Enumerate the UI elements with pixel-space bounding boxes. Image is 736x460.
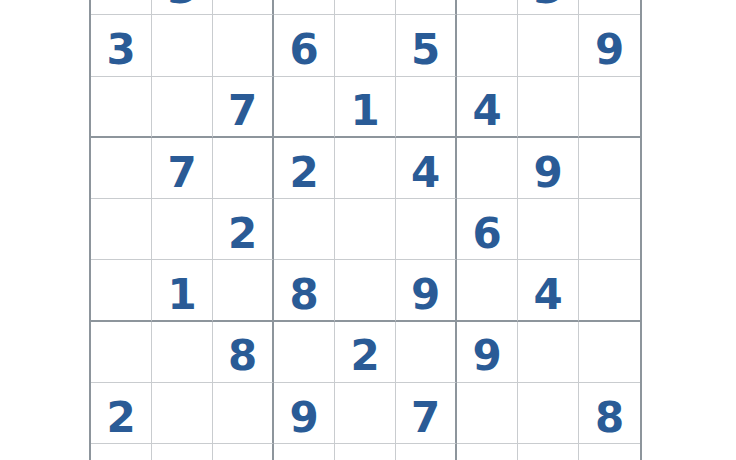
cell-r1c4[interactable]: [274, 0, 335, 15]
cell-r1c2[interactable]: 3: [152, 0, 213, 15]
sudoku-board: 33365971472492618948292978: [89, 0, 642, 460]
cell-r8c3[interactable]: [213, 383, 274, 444]
cell-r5c9[interactable]: [579, 199, 640, 260]
cell-r2c6[interactable]: 5: [396, 15, 457, 76]
cell-r3c5[interactable]: 1: [335, 77, 396, 138]
cell-r6c4[interactable]: 8: [274, 260, 335, 321]
cell-r3c3[interactable]: 7: [213, 77, 274, 138]
cell-r9c2[interactable]: [152, 444, 213, 460]
cell-r2c9[interactable]: 9: [579, 15, 640, 76]
cell-r4c9[interactable]: [579, 138, 640, 199]
cell-r6c6[interactable]: 9: [396, 260, 457, 321]
cell-r2c4[interactable]: 6: [274, 15, 335, 76]
cell-r4c7[interactable]: [457, 138, 518, 199]
cell-r8c9[interactable]: 8: [579, 383, 640, 444]
cell-r5c3[interactable]: 2: [213, 199, 274, 260]
cell-r3c2[interactable]: [152, 77, 213, 138]
cell-r5c6[interactable]: [396, 199, 457, 260]
cell-r1c6[interactable]: [396, 0, 457, 15]
cell-r3c8[interactable]: [518, 77, 579, 138]
cell-r3c6[interactable]: [396, 77, 457, 138]
cell-r4c6[interactable]: 4: [396, 138, 457, 199]
cell-r7c5[interactable]: 2: [335, 322, 396, 383]
cell-r7c2[interactable]: [152, 322, 213, 383]
cell-r2c3[interactable]: [213, 15, 274, 76]
cell-r9c3[interactable]: [213, 444, 274, 460]
cell-r3c1[interactable]: [91, 77, 152, 138]
cell-r5c8[interactable]: [518, 199, 579, 260]
cell-r7c1[interactable]: [91, 322, 152, 383]
cell-r9c5[interactable]: [335, 444, 396, 460]
cell-r6c7[interactable]: [457, 260, 518, 321]
cell-r8c2[interactable]: [152, 383, 213, 444]
cell-r8c6[interactable]: 7: [396, 383, 457, 444]
cell-r5c7[interactable]: 6: [457, 199, 518, 260]
cell-r9c8[interactable]: [518, 444, 579, 460]
cell-r2c5[interactable]: [335, 15, 396, 76]
cell-r8c4[interactable]: 9: [274, 383, 335, 444]
cell-r6c1[interactable]: [91, 260, 152, 321]
cell-r5c5[interactable]: [335, 199, 396, 260]
cell-r4c4[interactable]: 2: [274, 138, 335, 199]
cell-r6c9[interactable]: [579, 260, 640, 321]
cell-r2c2[interactable]: [152, 15, 213, 76]
cell-r9c7[interactable]: [457, 444, 518, 460]
cell-r6c5[interactable]: [335, 260, 396, 321]
cell-r5c4[interactable]: [274, 199, 335, 260]
cell-r7c8[interactable]: [518, 322, 579, 383]
cell-r7c4[interactable]: [274, 322, 335, 383]
cell-r2c8[interactable]: [518, 15, 579, 76]
cell-r3c7[interactable]: 4: [457, 77, 518, 138]
cell-r8c8[interactable]: [518, 383, 579, 444]
cell-r1c7[interactable]: [457, 0, 518, 15]
cell-r3c4[interactable]: [274, 77, 335, 138]
cell-r4c3[interactable]: [213, 138, 274, 199]
cell-r7c7[interactable]: 9: [457, 322, 518, 383]
cell-r9c6[interactable]: [396, 444, 457, 460]
cell-r4c1[interactable]: [91, 138, 152, 199]
cell-r6c2[interactable]: 1: [152, 260, 213, 321]
cell-r8c1[interactable]: 2: [91, 383, 152, 444]
cell-r1c3[interactable]: [213, 0, 274, 15]
cell-r9c4[interactable]: [274, 444, 335, 460]
cell-r7c9[interactable]: [579, 322, 640, 383]
cell-r6c3[interactable]: [213, 260, 274, 321]
cell-r4c2[interactable]: 7: [152, 138, 213, 199]
cell-r1c1[interactable]: [91, 0, 152, 15]
cell-r4c8[interactable]: 9: [518, 138, 579, 199]
cell-r1c5[interactable]: [335, 0, 396, 15]
cell-r2c1[interactable]: 3: [91, 15, 152, 76]
cell-r1c9[interactable]: [579, 0, 640, 15]
cell-r4c5[interactable]: [335, 138, 396, 199]
cell-r2c7[interactable]: [457, 15, 518, 76]
cell-r3c9[interactable]: [579, 77, 640, 138]
cell-r7c6[interactable]: [396, 322, 457, 383]
cell-r8c7[interactable]: [457, 383, 518, 444]
cell-r5c1[interactable]: [91, 199, 152, 260]
cell-r9c1[interactable]: [91, 444, 152, 460]
cell-r7c3[interactable]: 8: [213, 322, 274, 383]
cell-r1c8[interactable]: 3: [518, 0, 579, 15]
cell-r8c5[interactable]: [335, 383, 396, 444]
cell-r6c8[interactable]: 4: [518, 260, 579, 321]
cell-r5c2[interactable]: [152, 199, 213, 260]
cell-r9c9[interactable]: [579, 444, 640, 460]
